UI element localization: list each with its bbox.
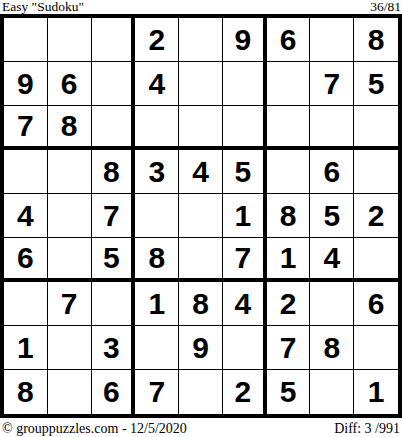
cell-r6c5	[179, 238, 223, 282]
cell-r2c4: 4	[135, 62, 179, 106]
cell-r8c6	[223, 326, 267, 370]
cell-r6c3: 5	[92, 238, 136, 282]
cell-r1c4: 2	[135, 18, 179, 62]
header: Easy "Sudoku" 36/81	[0, 0, 402, 14]
cell-r3c3	[92, 106, 136, 150]
cell-r6c6: 7	[223, 238, 267, 282]
cell-r4c8: 6	[310, 150, 354, 194]
cell-r5c2	[48, 194, 92, 238]
cell-r6c7: 1	[267, 238, 311, 282]
cell-r8c4	[135, 326, 179, 370]
cell-r3c6	[223, 106, 267, 150]
cell-r7c9: 6	[354, 282, 398, 326]
cell-r4c4: 3	[135, 150, 179, 194]
cell-r4c1	[4, 150, 48, 194]
cell-r5c6: 1	[223, 194, 267, 238]
cell-r4c5: 4	[179, 150, 223, 194]
cell-r8c9	[354, 326, 398, 370]
cell-r5c1: 4	[4, 194, 48, 238]
cell-r9c6: 2	[223, 370, 267, 414]
cell-r1c3	[92, 18, 136, 62]
cell-r7c1	[4, 282, 48, 326]
cell-r3c4	[135, 106, 179, 150]
footer: © grouppuzzles.com - 12/5/2020 Diff: 3 /…	[0, 418, 402, 437]
cell-r5c3: 7	[92, 194, 136, 238]
cell-r8c1: 1	[4, 326, 48, 370]
cell-r1c1	[4, 18, 48, 62]
cell-r4c3: 8	[92, 150, 136, 194]
cell-r8c5: 9	[179, 326, 223, 370]
cell-r7c3	[92, 282, 136, 326]
difficulty-label: Diff: 3 /991	[334, 421, 400, 437]
cell-r7c7: 2	[267, 282, 311, 326]
cell-r2c5	[179, 62, 223, 106]
cell-r9c7: 5	[267, 370, 311, 414]
cell-r7c8	[310, 282, 354, 326]
cell-r2c7	[267, 62, 311, 106]
cell-r1c8	[310, 18, 354, 62]
cell-r7c2: 7	[48, 282, 92, 326]
cell-r8c3: 3	[92, 326, 136, 370]
cell-r9c9: 1	[354, 370, 398, 414]
cell-r2c3	[92, 62, 136, 106]
cell-r3c7	[267, 106, 311, 150]
cell-r1c2	[48, 18, 92, 62]
puzzle-title: Easy "Sudoku"	[2, 0, 84, 14]
cell-r6c4: 8	[135, 238, 179, 282]
cell-r6c1: 6	[4, 238, 48, 282]
given-counter: 36/81	[370, 0, 401, 14]
cell-r6c9	[354, 238, 398, 282]
cell-r3c8	[310, 106, 354, 150]
cell-r6c8: 4	[310, 238, 354, 282]
cell-r1c6: 9	[223, 18, 267, 62]
cell-r2c2: 6	[48, 62, 92, 106]
cell-r5c9: 2	[354, 194, 398, 238]
cell-r3c2: 8	[48, 106, 92, 150]
cell-r8c8: 8	[310, 326, 354, 370]
copyright-date: © grouppuzzles.com - 12/5/2020	[2, 421, 187, 437]
sudoku-board: 2968964757883456471852658714718426139788…	[0, 14, 402, 418]
cell-r5c7: 8	[267, 194, 311, 238]
cell-r3c5	[179, 106, 223, 150]
cell-r6c2	[48, 238, 92, 282]
cell-r5c8: 5	[310, 194, 354, 238]
cell-r4c6: 5	[223, 150, 267, 194]
cell-r5c5	[179, 194, 223, 238]
cell-r1c7: 6	[267, 18, 311, 62]
cell-r9c3: 6	[92, 370, 136, 414]
cell-r7c6: 4	[223, 282, 267, 326]
cell-r5c4	[135, 194, 179, 238]
cell-r8c7: 7	[267, 326, 311, 370]
cell-r3c1: 7	[4, 106, 48, 150]
cell-r9c2	[48, 370, 92, 414]
cell-r4c2	[48, 150, 92, 194]
cell-r2c8: 7	[310, 62, 354, 106]
cell-r3c9	[354, 106, 398, 150]
cell-r1c5	[179, 18, 223, 62]
cell-r9c1: 8	[4, 370, 48, 414]
cell-r2c1: 9	[4, 62, 48, 106]
sudoku-page: Easy "Sudoku" 36/81 29689647578834564718…	[0, 0, 402, 437]
cell-r4c9	[354, 150, 398, 194]
cell-r8c2	[48, 326, 92, 370]
cell-r7c4: 1	[135, 282, 179, 326]
cell-r4c7	[267, 150, 311, 194]
cell-r9c4: 7	[135, 370, 179, 414]
cell-r2c6	[223, 62, 267, 106]
cell-r7c5: 8	[179, 282, 223, 326]
cell-r9c8	[310, 370, 354, 414]
cell-r2c9: 5	[354, 62, 398, 106]
cell-r9c5	[179, 370, 223, 414]
cell-r1c9: 8	[354, 18, 398, 62]
